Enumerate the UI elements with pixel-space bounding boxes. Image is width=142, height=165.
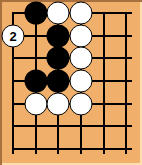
board-intersection[interactable] [24,70,47,93]
board-intersection[interactable] [70,138,93,161]
go-diagram: 2 [0,0,142,165]
white-stone[interactable] [24,92,47,115]
black-stone[interactable] [47,47,70,70]
white-stone[interactable] [69,24,92,47]
black-stone[interactable] [47,69,70,92]
white-stone[interactable] [47,92,70,115]
board-intersection[interactable] [24,2,47,25]
board-intersection[interactable] [115,115,138,138]
board-intersection[interactable] [47,2,70,25]
board-intersection[interactable] [115,24,138,47]
board-intersection[interactable] [92,70,115,93]
board-intersection[interactable] [24,47,47,70]
board-intersection[interactable] [70,24,93,47]
board-intersection[interactable] [2,138,25,161]
board-intersection[interactable] [47,92,70,115]
board-intersection[interactable] [47,115,70,138]
board-intersection[interactable] [115,2,138,25]
board-intersection[interactable] [115,70,138,93]
board-intersection[interactable]: 2 [2,24,25,47]
board-intersection[interactable] [115,47,138,70]
board-intersection[interactable] [70,47,93,70]
white-stone[interactable] [47,2,70,25]
board-intersection[interactable] [2,2,25,25]
board-intersection[interactable] [24,24,47,47]
board-intersection[interactable] [70,70,93,93]
board-intersection[interactable] [47,70,70,93]
board-intersection[interactable] [47,138,70,161]
board-intersection[interactable] [2,92,25,115]
board-intersection[interactable] [47,24,70,47]
board-intersection[interactable] [92,2,115,25]
board-intersection[interactable] [2,47,25,70]
white-stone[interactable] [69,2,92,25]
board-intersection[interactable] [92,47,115,70]
board-intersection[interactable] [92,115,115,138]
board-intersection[interactable] [115,138,138,161]
go-board: 2 [2,2,138,161]
board-intersection[interactable] [24,138,47,161]
black-stone[interactable] [24,69,47,92]
board-intersection[interactable] [2,70,25,93]
board-intersection[interactable] [92,138,115,161]
white-stone[interactable] [69,69,92,92]
board-intersection[interactable] [115,92,138,115]
white-stone[interactable]: 2 [2,24,25,47]
black-stone[interactable] [47,24,70,47]
board-intersection[interactable] [70,2,93,25]
board-intersection[interactable] [2,115,25,138]
board-intersection[interactable] [70,92,93,115]
white-stone[interactable] [69,47,92,70]
board-intersection[interactable] [92,92,115,115]
board-intersection[interactable] [47,47,70,70]
black-stone[interactable] [24,2,47,25]
white-stone[interactable] [69,92,92,115]
board-intersection[interactable] [70,115,93,138]
move-number-label: 2 [9,29,16,42]
board-intersection[interactable] [24,92,47,115]
board-intersection[interactable] [24,115,47,138]
board-intersection[interactable] [92,24,115,47]
